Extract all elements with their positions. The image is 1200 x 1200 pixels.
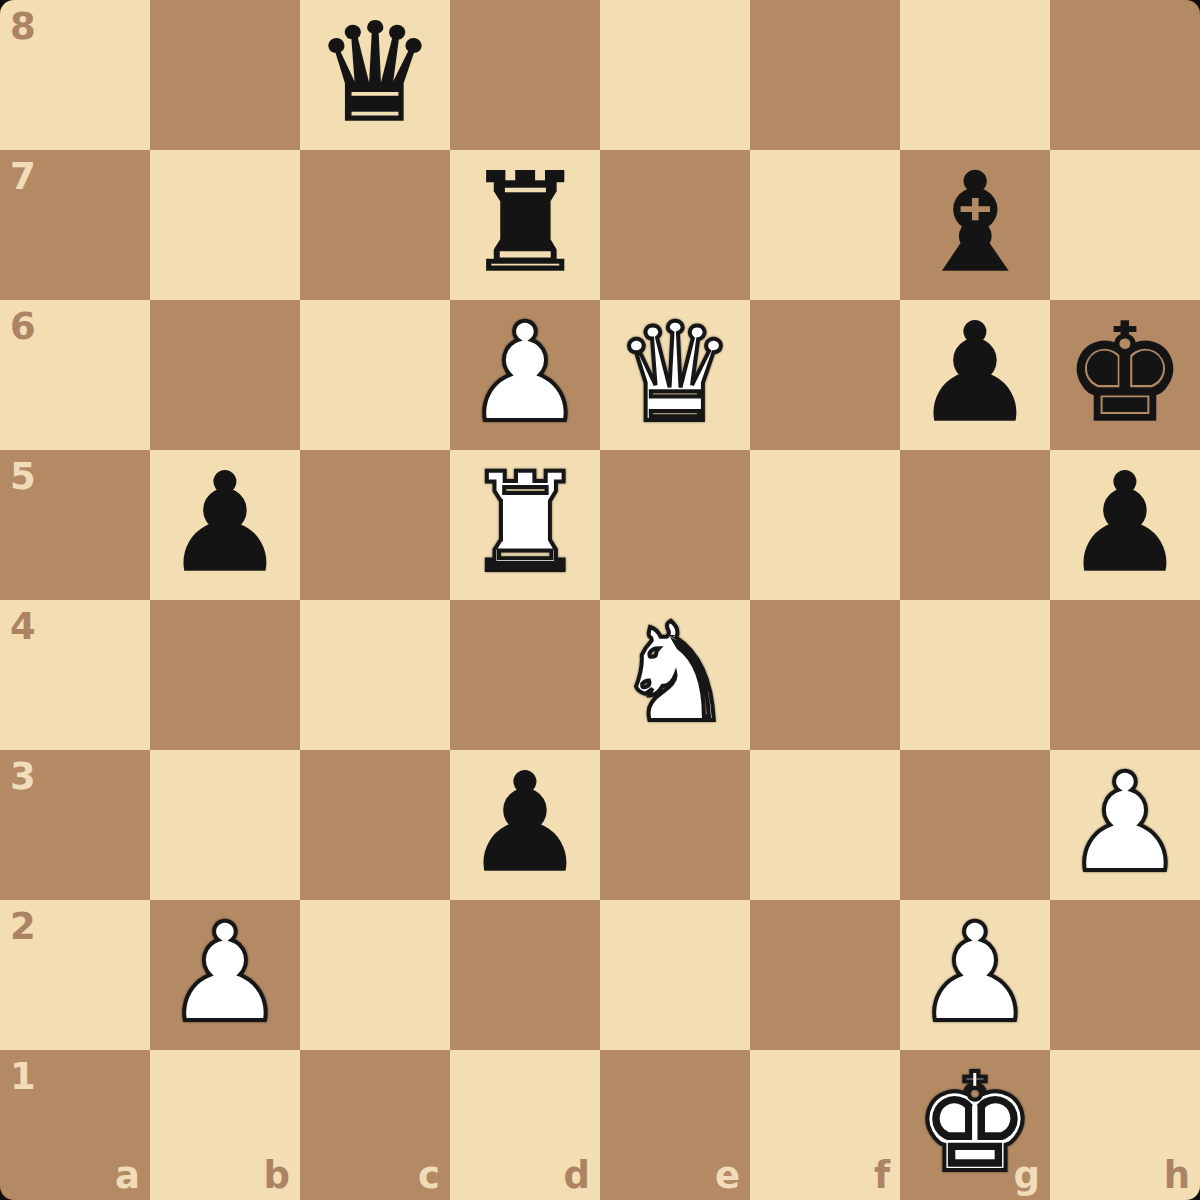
file-label-b: b: [264, 1157, 291, 1194]
square-f6[interactable]: [750, 300, 900, 450]
white-queen[interactable]: ♛: [614, 305, 736, 441]
file-label-h: h: [1164, 1157, 1190, 1194]
square-h7[interactable]: [1050, 150, 1200, 300]
file-label-d: d: [564, 1157, 591, 1194]
square-c3[interactable]: [300, 750, 450, 900]
square-b1[interactable]: b: [150, 1050, 300, 1200]
square-a8[interactable]: 8: [0, 0, 150, 150]
square-e5[interactable]: [600, 450, 750, 600]
file-label-e: e: [715, 1157, 740, 1194]
white-rook[interactable]: ♜: [464, 455, 586, 591]
white-king[interactable]: ♚: [914, 1055, 1036, 1191]
square-f2[interactable]: [750, 900, 900, 1050]
square-a2[interactable]: 2: [0, 900, 150, 1050]
square-e2[interactable]: [600, 900, 750, 1050]
square-h3[interactable]: ♟: [1050, 750, 1200, 900]
square-a5[interactable]: 5: [0, 450, 150, 600]
square-c1[interactable]: c: [300, 1050, 450, 1200]
square-e6[interactable]: ♛: [600, 300, 750, 450]
square-d7[interactable]: ♜: [450, 150, 600, 300]
square-c5[interactable]: [300, 450, 450, 600]
file-label-c: c: [418, 1157, 440, 1194]
square-c2[interactable]: [300, 900, 450, 1050]
square-c7[interactable]: [300, 150, 450, 300]
square-f5[interactable]: [750, 450, 900, 600]
white-pawn[interactable]: ♟: [1064, 755, 1186, 891]
square-f3[interactable]: [750, 750, 900, 900]
square-d5[interactable]: ♜: [450, 450, 600, 600]
square-a3[interactable]: 3: [0, 750, 150, 900]
black-king[interactable]: ♚: [1064, 305, 1186, 441]
file-label-a: a: [115, 1157, 140, 1194]
rank-label-5: 5: [10, 458, 36, 495]
square-g3[interactable]: [900, 750, 1050, 900]
square-e8[interactable]: [600, 0, 750, 150]
chess-board: 8♛7♜♝6♟♛♟♚5♟♜♟4♞3♟♟2♟♟1abcdefg♚h: [0, 0, 1200, 1200]
black-pawn[interactable]: ♟: [914, 305, 1036, 441]
square-b6[interactable]: [150, 300, 300, 450]
square-b5[interactable]: ♟: [150, 450, 300, 600]
square-a6[interactable]: 6: [0, 300, 150, 450]
square-f7[interactable]: [750, 150, 900, 300]
square-d2[interactable]: [450, 900, 600, 1050]
square-e3[interactable]: [600, 750, 750, 900]
square-d1[interactable]: d: [450, 1050, 600, 1200]
square-b2[interactable]: ♟: [150, 900, 300, 1050]
white-pawn[interactable]: ♟: [464, 305, 586, 441]
rank-label-3: 3: [10, 758, 36, 795]
square-h8[interactable]: [1050, 0, 1200, 150]
square-g5[interactable]: [900, 450, 1050, 600]
square-e1[interactable]: e: [600, 1050, 750, 1200]
rank-label-4: 4: [10, 608, 36, 645]
square-a4[interactable]: 4: [0, 600, 150, 750]
black-rook[interactable]: ♜: [464, 155, 586, 291]
square-g6[interactable]: ♟: [900, 300, 1050, 450]
square-h1[interactable]: h: [1050, 1050, 1200, 1200]
square-d4[interactable]: [450, 600, 600, 750]
black-bishop[interactable]: ♝: [914, 155, 1036, 291]
square-d8[interactable]: [450, 0, 600, 150]
square-b3[interactable]: [150, 750, 300, 900]
square-e4[interactable]: ♞: [600, 600, 750, 750]
rank-label-7: 7: [10, 158, 36, 195]
square-g4[interactable]: [900, 600, 1050, 750]
square-g8[interactable]: [900, 0, 1050, 150]
square-g2[interactable]: ♟: [900, 900, 1050, 1050]
square-g7[interactable]: ♝: [900, 150, 1050, 300]
rank-label-1: 1: [10, 1058, 36, 1095]
black-pawn[interactable]: ♟: [1064, 455, 1186, 591]
square-h5[interactable]: ♟: [1050, 450, 1200, 600]
square-c4[interactable]: [300, 600, 450, 750]
black-pawn[interactable]: ♟: [464, 755, 586, 891]
square-e7[interactable]: [600, 150, 750, 300]
square-a1[interactable]: 1a: [0, 1050, 150, 1200]
white-pawn[interactable]: ♟: [164, 905, 286, 1041]
square-f8[interactable]: [750, 0, 900, 150]
square-g1[interactable]: g♚: [900, 1050, 1050, 1200]
square-d3[interactable]: ♟: [450, 750, 600, 900]
square-b4[interactable]: [150, 600, 300, 750]
rank-label-2: 2: [10, 908, 36, 945]
square-h2[interactable]: [1050, 900, 1200, 1050]
square-h6[interactable]: ♚: [1050, 300, 1200, 450]
square-a7[interactable]: 7: [0, 150, 150, 300]
rank-label-6: 6: [10, 308, 36, 345]
white-knight[interactable]: ♞: [614, 605, 736, 741]
square-d6[interactable]: ♟: [450, 300, 600, 450]
square-h4[interactable]: [1050, 600, 1200, 750]
square-c6[interactable]: [300, 300, 450, 450]
black-queen[interactable]: ♛: [314, 5, 436, 141]
black-pawn[interactable]: ♟: [164, 455, 286, 591]
rank-label-8: 8: [10, 8, 36, 45]
square-f1[interactable]: f: [750, 1050, 900, 1200]
file-label-f: f: [874, 1157, 890, 1194]
white-pawn[interactable]: ♟: [914, 905, 1036, 1041]
square-f4[interactable]: [750, 600, 900, 750]
square-b8[interactable]: [150, 0, 300, 150]
square-c8[interactable]: ♛: [300, 0, 450, 150]
square-b7[interactable]: [150, 150, 300, 300]
